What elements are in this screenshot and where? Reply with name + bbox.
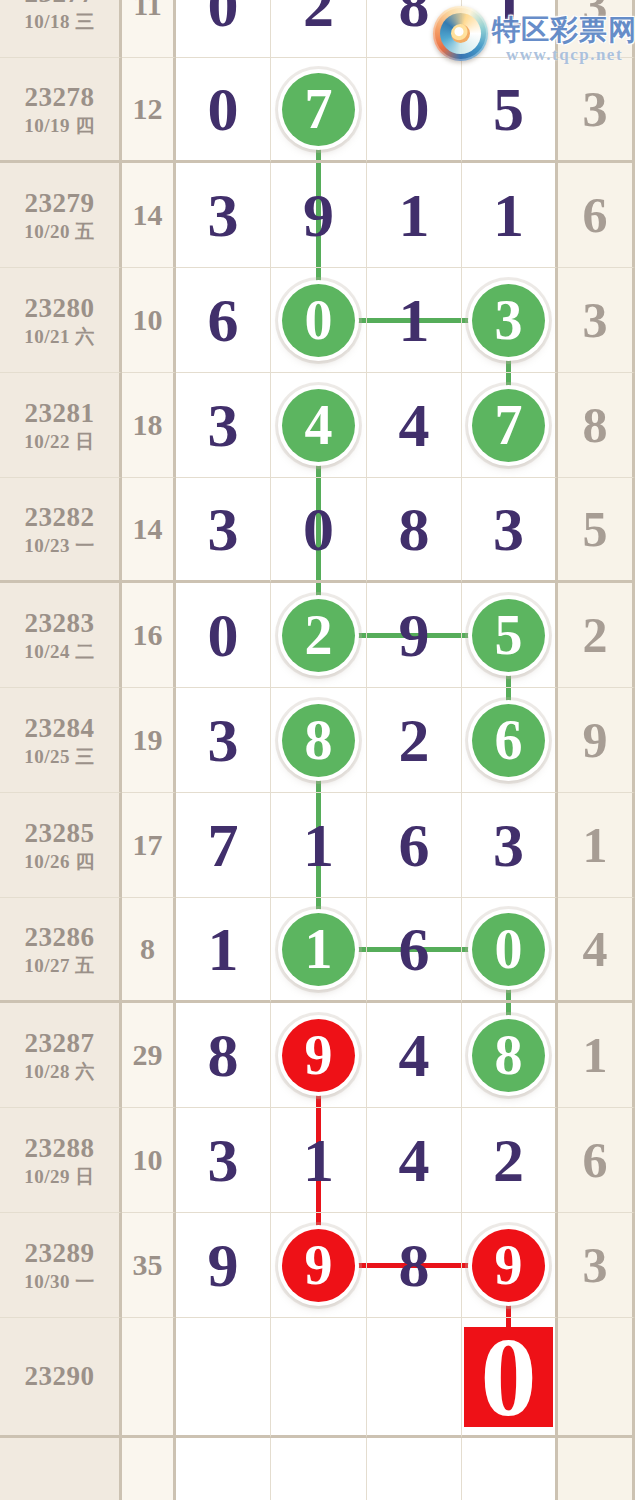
digit-value: 4	[305, 397, 333, 453]
digit-value: 6	[399, 918, 430, 980]
digit-value: 0	[399, 78, 430, 140]
digit-cell	[271, 1318, 367, 1438]
digit-value: 0	[495, 921, 523, 977]
sum-cell: 16	[122, 583, 176, 688]
digit-cell: 9	[271, 1003, 367, 1108]
green-circle-marker: 0	[472, 913, 545, 986]
digit-cell	[367, 1438, 462, 1500]
draw-date: 10/27 五	[24, 956, 95, 975]
digit-value: 1	[305, 921, 333, 977]
digit-value: 8	[208, 1024, 239, 1086]
trend-table: 2327710/18 三11028132327810/19 四120705323…	[0, 0, 635, 1500]
period-number: 23282	[25, 503, 95, 531]
draw-row: 2327810/19 四1207053	[0, 58, 635, 163]
digit-value: 8	[399, 0, 430, 36]
digit-value: 0	[208, 0, 239, 36]
digit-cell: 3	[176, 688, 271, 793]
digit-cell: 9	[176, 1213, 271, 1318]
fifth-digit-value: 2	[583, 610, 608, 660]
green-circle-marker: 7	[282, 73, 355, 146]
fifth-digit-cell: 3	[558, 1213, 635, 1318]
draw-row: 2328610/27 五811604	[0, 898, 635, 1003]
digit-value: 7	[495, 397, 523, 453]
sum-value: 8	[140, 934, 155, 964]
sum-cell: 18	[122, 373, 176, 478]
digit-cell: 0	[271, 478, 367, 583]
digit-value: 9	[305, 1027, 333, 1083]
fifth-digit-value: 8	[583, 400, 608, 450]
draw-date: 10/29 日	[24, 1167, 95, 1186]
digit-cell	[462, 1438, 558, 1500]
digit-cell: 5	[462, 583, 558, 688]
digit-value: 6	[399, 814, 430, 876]
sum-cell: 11	[122, 0, 176, 58]
digit-cell: 8	[367, 478, 462, 583]
digit-cell: 0	[462, 1318, 558, 1438]
fifth-digit-value: 1	[583, 820, 608, 870]
digit-cell: 4	[367, 1003, 462, 1108]
site-logo[interactable]: 特区彩票网 www.tqcp.net	[433, 6, 635, 63]
red-circle-marker: 9	[282, 1019, 355, 1092]
fifth-digit-value: 3	[583, 1240, 608, 1290]
period-cell: 2328510/26 四	[0, 793, 122, 898]
green-circle-marker: 0	[282, 284, 355, 357]
fifth-digit-cell: 5	[558, 478, 635, 583]
digit-cell: 5	[462, 58, 558, 163]
digit-value: 3	[208, 1129, 239, 1191]
digit-cell: 2	[462, 1108, 558, 1213]
draw-row: 2328810/29 日1031426	[0, 1108, 635, 1213]
fifth-digit-value: 3	[583, 295, 608, 345]
fifth-digit-value: 5	[583, 504, 608, 554]
draw-row: 2328710/28 六2989481	[0, 1003, 635, 1108]
digit-value: 6	[208, 289, 239, 351]
digit-value: 0	[208, 78, 239, 140]
fifth-digit-cell	[558, 1438, 635, 1500]
fifth-digit-value: 6	[583, 1135, 608, 1185]
digit-cell: 1	[271, 1108, 367, 1213]
fifth-digit-cell: 2	[558, 583, 635, 688]
digit-value: 2	[303, 0, 334, 36]
digit-cell: 4	[367, 1108, 462, 1213]
digit-cell: 1	[271, 898, 367, 1003]
digit-cell: 7	[176, 793, 271, 898]
draw-date: 10/26 四	[24, 852, 95, 871]
period-cell: 23290	[0, 1318, 122, 1438]
period-cell: 2327810/19 四	[0, 58, 122, 163]
period-cell: 2327710/18 三	[0, 0, 122, 58]
logo-text-block: 特区彩票网 www.tqcp.net	[492, 6, 635, 63]
digit-value: 0	[208, 604, 239, 666]
sum-cell: 35	[122, 1213, 176, 1318]
red-square-marker: 0	[464, 1327, 553, 1427]
lottery-trend-chart-screen: 2327710/18 三11028132327810/19 四120705323…	[0, 0, 635, 1500]
period-number: 23289	[25, 1239, 95, 1267]
digit-value: 3	[208, 184, 239, 246]
digit-value: 5	[493, 78, 524, 140]
draw-date: 10/20 五	[24, 222, 95, 241]
digit-cell: 7	[271, 58, 367, 163]
draw-row: 2328510/26 四1771631	[0, 793, 635, 898]
sum-cell: 8	[122, 898, 176, 1003]
digit-cell: 6	[176, 268, 271, 373]
green-circle-marker: 8	[472, 1019, 545, 1092]
digit-value: 8	[399, 1234, 430, 1296]
digit-cell	[367, 1318, 462, 1438]
digit-value: 9	[399, 604, 430, 666]
digit-cell: 8	[176, 1003, 271, 1108]
sum-value: 18	[133, 410, 163, 440]
period-number: 23283	[25, 609, 95, 637]
fifth-digit-value: 1	[583, 1030, 608, 1080]
digit-cell: 1	[367, 163, 462, 268]
digit-value: 9	[305, 1237, 333, 1293]
period-number: 23279	[25, 189, 95, 217]
digit-cell: 3	[176, 163, 271, 268]
digit-value: 1	[493, 184, 524, 246]
digit-value: 3	[493, 814, 524, 876]
period-cell: 2328810/29 日	[0, 1108, 122, 1213]
fifth-digit-cell: 6	[558, 163, 635, 268]
period-number: 23286	[25, 923, 95, 951]
digit-value: 4	[399, 1024, 430, 1086]
digit-cell	[176, 1438, 271, 1500]
fifth-digit-cell	[558, 1318, 635, 1438]
draw-row: 2328310/24 二1602952	[0, 583, 635, 688]
draw-date: 10/24 二	[24, 642, 95, 661]
fifth-digit-cell: 8	[558, 373, 635, 478]
digit-value: 1	[303, 814, 334, 876]
draw-row: 2327910/20 五1439116	[0, 163, 635, 268]
fifth-digit-value: 3	[583, 84, 608, 134]
digit-cell: 8	[462, 1003, 558, 1108]
digit-value: 7	[305, 81, 333, 137]
period-number: 23280	[25, 294, 95, 322]
digit-value: 3	[495, 292, 523, 348]
red-circle-marker: 9	[472, 1229, 545, 1302]
digit-cell: 9	[271, 1213, 367, 1318]
digit-cell: 6	[462, 688, 558, 793]
draw-date: 10/25 三	[24, 747, 95, 766]
digit-cell: 3	[176, 478, 271, 583]
sum-cell: 29	[122, 1003, 176, 1108]
digit-value: 9	[303, 184, 334, 246]
sum-value: 14	[133, 200, 163, 230]
sum-value: 10	[133, 305, 163, 335]
draw-row	[0, 1438, 635, 1500]
digit-cell: 0	[176, 583, 271, 688]
digit-value: 0	[305, 292, 333, 348]
sum-value: 17	[133, 830, 163, 860]
digit-value: 1	[399, 289, 430, 351]
green-circle-marker: 5	[472, 599, 545, 672]
draw-row: 232900	[0, 1318, 635, 1438]
digit-cell: 9	[462, 1213, 558, 1318]
sum-value: 19	[133, 725, 163, 755]
digit-cell: 3	[176, 1108, 271, 1213]
digit-value: 3	[208, 498, 239, 560]
period-cell: 2328410/25 三	[0, 688, 122, 793]
red-circle-marker: 9	[282, 1229, 355, 1302]
digit-cell: 1	[462, 163, 558, 268]
period-cell: 2328910/30 一	[0, 1213, 122, 1318]
period-number: 23287	[25, 1029, 95, 1057]
swirl-logo-icon	[433, 6, 488, 61]
fifth-digit-cell: 1	[558, 1003, 635, 1108]
period-cell: 2328210/23 一	[0, 478, 122, 583]
green-circle-marker: 2	[282, 599, 355, 672]
period-number: 23281	[25, 399, 95, 427]
digit-cell: 1	[271, 793, 367, 898]
digit-cell: 3	[462, 268, 558, 373]
digit-cell: 0	[176, 0, 271, 58]
digit-cell: 4	[271, 373, 367, 478]
digit-cell: 2	[367, 688, 462, 793]
green-circle-marker: 4	[282, 389, 355, 462]
digit-cell: 4	[367, 373, 462, 478]
sum-cell: 19	[122, 688, 176, 793]
digit-cell: 8	[271, 688, 367, 793]
period-cell: 2328110/22 日	[0, 373, 122, 478]
sum-cell: 10	[122, 1108, 176, 1213]
sum-value: 16	[133, 620, 163, 650]
sum-value: 12	[133, 94, 163, 124]
period-number: 23284	[25, 714, 95, 742]
digit-value: 2	[493, 1129, 524, 1191]
site-name: 特区彩票网	[492, 15, 635, 44]
digit-value: 9	[495, 1237, 523, 1293]
sum-value: 35	[133, 1250, 163, 1280]
digit-cell: 0	[462, 898, 558, 1003]
digit-value: 6	[495, 712, 523, 768]
green-circle-marker: 3	[472, 284, 545, 357]
fifth-digit-cell: 1	[558, 793, 635, 898]
draw-date: 10/23 一	[24, 536, 95, 555]
digit-value: 8	[305, 712, 333, 768]
period-number: 23290	[25, 1362, 95, 1390]
digit-value: 0	[481, 1321, 537, 1433]
fifth-digit-cell: 3	[558, 268, 635, 373]
green-circle-marker: 7	[472, 389, 545, 462]
digit-value: 9	[208, 1234, 239, 1296]
draw-date: 10/30 一	[24, 1272, 95, 1291]
period-cell: 2327910/20 五	[0, 163, 122, 268]
period-number: 23288	[25, 1134, 95, 1162]
sum-cell: 17	[122, 793, 176, 898]
digit-cell	[176, 1318, 271, 1438]
fifth-digit-value: 4	[583, 924, 608, 974]
sum-cell	[122, 1438, 176, 1500]
digit-value: 3	[208, 709, 239, 771]
draw-date: 10/28 六	[24, 1062, 95, 1081]
period-number: 23285	[25, 819, 95, 847]
period-cell: 2328710/28 六	[0, 1003, 122, 1108]
digit-value: 8	[399, 498, 430, 560]
fifth-digit-cell: 3	[558, 58, 635, 163]
digit-value: 0	[303, 498, 334, 560]
digit-cell: 6	[367, 898, 462, 1003]
digit-cell: 3	[462, 793, 558, 898]
fifth-digit-value: 6	[583, 190, 608, 240]
digit-cell: 8	[367, 1213, 462, 1318]
sum-cell: 10	[122, 268, 176, 373]
green-circle-marker: 6	[472, 704, 545, 777]
green-circle-marker: 1	[282, 913, 355, 986]
digit-value: 1	[399, 184, 430, 246]
period-cell: 2328010/21 六	[0, 268, 122, 373]
draw-row: 2328110/22 日1834478	[0, 373, 635, 478]
digit-cell: 3	[462, 478, 558, 583]
digit-cell: 1	[367, 268, 462, 373]
digit-value: 7	[208, 814, 239, 876]
draw-row: 2328010/21 六1060133	[0, 268, 635, 373]
period-number: 23277	[25, 0, 95, 8]
digit-cell: 0	[176, 58, 271, 163]
green-circle-marker: 8	[282, 704, 355, 777]
sum-cell: 14	[122, 163, 176, 268]
digit-cell	[271, 1438, 367, 1500]
digit-cell: 7	[462, 373, 558, 478]
site-url: www.tqcp.net	[492, 46, 635, 63]
digit-cell: 9	[271, 163, 367, 268]
draw-row: 2328210/23 一1430835	[0, 478, 635, 583]
sum-value: 10	[133, 1145, 163, 1175]
digit-value: 8	[495, 1027, 523, 1083]
period-cell: 2328610/27 五	[0, 898, 122, 1003]
draw-row: 2328910/30 一3599893	[0, 1213, 635, 1318]
period-number: 23278	[25, 83, 95, 111]
sum-cell	[122, 1318, 176, 1438]
digit-value: 3	[493, 498, 524, 560]
sum-value: 11	[133, 0, 161, 20]
digit-cell: 3	[176, 373, 271, 478]
sum-cell: 14	[122, 478, 176, 583]
draw-date: 10/21 六	[24, 327, 95, 346]
digit-value: 2	[305, 607, 333, 663]
draw-date: 10/22 日	[24, 432, 95, 451]
period-cell: 2328310/24 二	[0, 583, 122, 688]
digit-cell: 0	[367, 58, 462, 163]
sum-value: 14	[133, 514, 163, 544]
digit-value: 5	[495, 607, 523, 663]
digit-value: 1	[208, 918, 239, 980]
digit-value: 1	[303, 1129, 334, 1191]
fifth-digit-cell: 9	[558, 688, 635, 793]
sum-value: 29	[133, 1040, 163, 1070]
digit-cell: 0	[271, 268, 367, 373]
digit-cell: 2	[271, 0, 367, 58]
sum-cell: 12	[122, 58, 176, 163]
digit-cell: 1	[176, 898, 271, 1003]
digit-value: 3	[208, 394, 239, 456]
draw-date: 10/18 三	[24, 12, 95, 31]
digit-cell: 9	[367, 583, 462, 688]
digit-value: 4	[399, 394, 430, 456]
digit-cell: 6	[367, 793, 462, 898]
draw-date: 10/19 四	[24, 116, 95, 135]
digit-value: 2	[399, 709, 430, 771]
draw-row: 2328410/25 三1938269	[0, 688, 635, 793]
digit-cell: 2	[271, 583, 367, 688]
fifth-digit-value: 9	[583, 715, 608, 765]
digit-value: 4	[399, 1129, 430, 1191]
period-cell	[0, 1438, 122, 1500]
fifth-digit-cell: 4	[558, 898, 635, 1003]
fifth-digit-cell: 6	[558, 1108, 635, 1213]
